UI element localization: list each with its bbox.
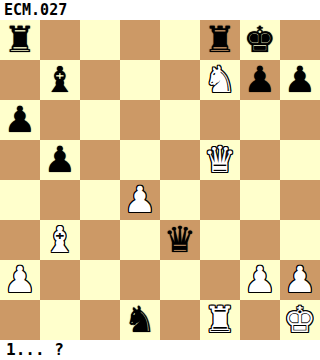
square-h4[interactable]: [280, 180, 320, 220]
square-f6[interactable]: [200, 100, 240, 140]
square-h3[interactable]: [280, 220, 320, 260]
square-e4[interactable]: [160, 180, 200, 220]
piece-white-pawn: ♟: [124, 180, 156, 220]
square-c5[interactable]: [80, 140, 120, 180]
piece-black-rook: ♜: [204, 20, 236, 60]
square-h8[interactable]: [280, 20, 320, 60]
square-c2[interactable]: [80, 260, 120, 300]
chess-board: ♜♜♚♝♞♟♟♟♟♛♟♝♛♟♟♟♞♜♚: [0, 20, 320, 340]
square-d3[interactable]: [120, 220, 160, 260]
piece-black-pawn: ♟: [284, 60, 316, 100]
piece-white-rook: ♜: [204, 300, 236, 340]
square-c1[interactable]: [80, 300, 120, 340]
piece-black-king: ♚: [244, 20, 276, 60]
square-b5[interactable]: ♟: [40, 140, 80, 180]
square-e2[interactable]: [160, 260, 200, 300]
square-d1[interactable]: ♞: [120, 300, 160, 340]
square-b6[interactable]: [40, 100, 80, 140]
piece-white-pawn: ♟: [284, 260, 316, 300]
piece-black-pawn: ♟: [244, 60, 276, 100]
piece-white-queen: ♛: [204, 140, 236, 180]
piece-black-queen: ♛: [164, 220, 196, 260]
square-b8[interactable]: [40, 20, 80, 60]
square-h2[interactable]: ♟: [280, 260, 320, 300]
puzzle-title: ECM.027: [0, 0, 320, 20]
square-a6[interactable]: ♟: [0, 100, 40, 140]
square-b4[interactable]: [40, 180, 80, 220]
piece-black-pawn: ♟: [4, 100, 36, 140]
square-c7[interactable]: [80, 60, 120, 100]
square-c3[interactable]: [80, 220, 120, 260]
square-c6[interactable]: [80, 100, 120, 140]
square-b7[interactable]: ♝: [40, 60, 80, 100]
piece-white-king: ♚: [284, 300, 316, 340]
square-g3[interactable]: [240, 220, 280, 260]
square-g2[interactable]: ♟: [240, 260, 280, 300]
square-c8[interactable]: [80, 20, 120, 60]
square-e3[interactable]: ♛: [160, 220, 200, 260]
square-b1[interactable]: [40, 300, 80, 340]
square-b2[interactable]: [40, 260, 80, 300]
square-e8[interactable]: [160, 20, 200, 60]
square-d7[interactable]: [120, 60, 160, 100]
square-h6[interactable]: [280, 100, 320, 140]
square-d4[interactable]: ♟: [120, 180, 160, 220]
square-e6[interactable]: [160, 100, 200, 140]
square-f1[interactable]: ♜: [200, 300, 240, 340]
piece-black-bishop: ♝: [44, 60, 76, 100]
square-h1[interactable]: ♚: [280, 300, 320, 340]
square-g5[interactable]: [240, 140, 280, 180]
square-g6[interactable]: [240, 100, 280, 140]
piece-white-pawn: ♟: [4, 260, 36, 300]
square-h5[interactable]: [280, 140, 320, 180]
square-f4[interactable]: [200, 180, 240, 220]
piece-black-rook: ♜: [4, 20, 36, 60]
square-a3[interactable]: [0, 220, 40, 260]
square-g4[interactable]: [240, 180, 280, 220]
square-b3[interactable]: ♝: [40, 220, 80, 260]
square-a7[interactable]: [0, 60, 40, 100]
square-f8[interactable]: ♜: [200, 20, 240, 60]
square-a8[interactable]: ♜: [0, 20, 40, 60]
square-g1[interactable]: [240, 300, 280, 340]
piece-black-knight: ♞: [124, 300, 156, 340]
piece-white-pawn: ♟: [244, 260, 276, 300]
piece-black-pawn: ♟: [44, 140, 76, 180]
square-d2[interactable]: [120, 260, 160, 300]
square-a5[interactable]: [0, 140, 40, 180]
square-e5[interactable]: [160, 140, 200, 180]
piece-white-bishop: ♝: [44, 220, 76, 260]
square-d8[interactable]: [120, 20, 160, 60]
square-d6[interactable]: [120, 100, 160, 140]
square-a2[interactable]: ♟: [0, 260, 40, 300]
square-g7[interactable]: ♟: [240, 60, 280, 100]
piece-white-knight: ♞: [204, 60, 236, 100]
square-f2[interactable]: [200, 260, 240, 300]
square-a1[interactable]: [0, 300, 40, 340]
chess-app-window: ECM.027 ♜♜♚♝♞♟♟♟♟♛♟♝♛♟♟♟♞♜♚ 1... ?: [0, 0, 320, 360]
square-f7[interactable]: ♞: [200, 60, 240, 100]
square-f5[interactable]: ♛: [200, 140, 240, 180]
move-prompt: 1... ?: [0, 340, 320, 360]
square-h7[interactable]: ♟: [280, 60, 320, 100]
square-f3[interactable]: [200, 220, 240, 260]
square-e7[interactable]: [160, 60, 200, 100]
square-d5[interactable]: [120, 140, 160, 180]
square-a4[interactable]: [0, 180, 40, 220]
square-e1[interactable]: [160, 300, 200, 340]
square-c4[interactable]: [80, 180, 120, 220]
square-g8[interactable]: ♚: [240, 20, 280, 60]
